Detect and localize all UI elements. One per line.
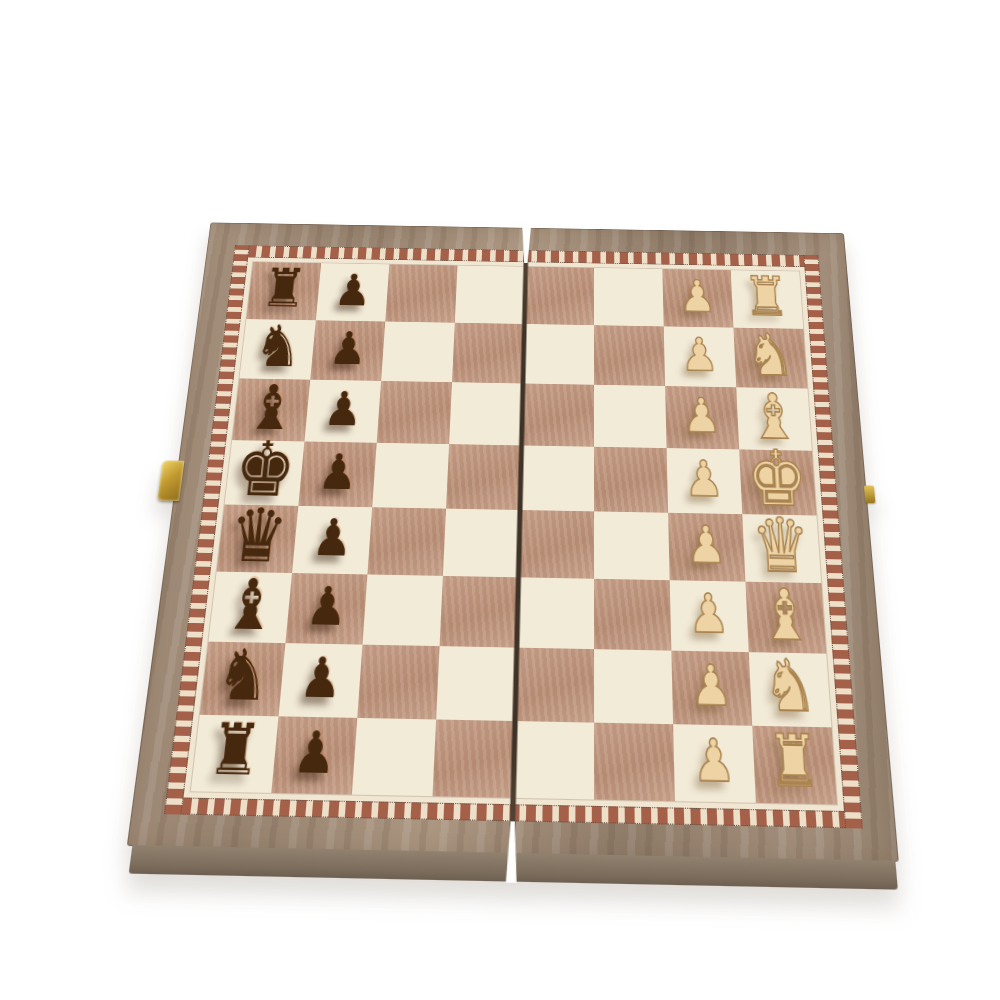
white-pawn[interactable]: ♟ bbox=[682, 392, 722, 440]
square-r5-c4[interactable] bbox=[443, 509, 520, 578]
square-r1-c6[interactable] bbox=[594, 268, 664, 326]
square-r4-c4[interactable] bbox=[446, 444, 521, 510]
black-pawn[interactable]: ♟ bbox=[316, 447, 359, 497]
white-pawn[interactable]: ♟ bbox=[688, 587, 731, 641]
square-r6-c4[interactable] bbox=[440, 576, 519, 648]
square-r5-c5[interactable] bbox=[518, 510, 594, 579]
square-r7-c1[interactable]: ♞ bbox=[200, 642, 286, 717]
square-r6-c2[interactable]: ♟ bbox=[285, 573, 367, 645]
white-rook[interactable]: ♜ bbox=[743, 270, 791, 324]
square-r3-c2[interactable]: ♟ bbox=[304, 380, 381, 443]
square-r6-c1[interactable]: ♝ bbox=[208, 572, 292, 644]
white-pawn[interactable]: ♟ bbox=[684, 454, 725, 504]
white-pawn[interactable]: ♟ bbox=[692, 731, 737, 790]
black-knight[interactable]: ♞ bbox=[251, 318, 305, 376]
black-rook[interactable]: ♜ bbox=[259, 262, 310, 316]
square-r8-c7[interactable]: ♟ bbox=[673, 724, 756, 803]
white-rook[interactable]: ♜ bbox=[766, 726, 823, 799]
square-r4-c2[interactable]: ♟ bbox=[298, 441, 376, 507]
square-r8-c6[interactable] bbox=[594, 723, 675, 802]
square-r3-c3[interactable] bbox=[377, 381, 452, 444]
square-r8-c1[interactable]: ♜ bbox=[191, 715, 279, 793]
square-r4-c5[interactable] bbox=[520, 445, 594, 511]
square-r6-c3[interactable] bbox=[362, 574, 442, 646]
square-r4-c3[interactable] bbox=[372, 443, 449, 509]
square-r5-c3[interactable] bbox=[367, 507, 446, 576]
product-photo-scene: ♜♟♟♜♞♟♟♞♝♟♟♝♚♟♟♚♛♟♟♛♝♟♟♝♞♟♟♞♜♟♟♜ bbox=[0, 0, 1000, 1000]
square-r3-c7[interactable]: ♟ bbox=[665, 386, 739, 449]
black-pawn[interactable]: ♟ bbox=[311, 512, 355, 564]
square-r6-c8[interactable]: ♝ bbox=[745, 582, 826, 654]
square-r8-c3[interactable] bbox=[352, 718, 436, 796]
white-pawn[interactable]: ♟ bbox=[690, 657, 734, 714]
black-pawn[interactable]: ♟ bbox=[328, 326, 369, 372]
square-r3-c6[interactable] bbox=[594, 385, 667, 448]
white-pawn[interactable]: ♟ bbox=[678, 274, 716, 318]
square-r8-c5[interactable] bbox=[513, 721, 594, 799]
white-pawn[interactable]: ♟ bbox=[686, 519, 728, 571]
square-r7-c3[interactable] bbox=[357, 645, 439, 720]
square-r2-c5[interactable] bbox=[523, 324, 594, 385]
black-pawn[interactable]: ♟ bbox=[322, 385, 364, 433]
square-r8-c8[interactable]: ♜ bbox=[752, 726, 837, 805]
square-r8-c2[interactable]: ♟ bbox=[271, 716, 357, 794]
square-r2-c4[interactable] bbox=[452, 323, 524, 384]
square-r1-c2[interactable]: ♟ bbox=[316, 263, 389, 321]
square-r7-c2[interactable]: ♟ bbox=[279, 643, 363, 718]
square-r1-c7[interactable]: ♟ bbox=[662, 269, 733, 328]
square-r1-c8[interactable]: ♜ bbox=[731, 270, 804, 329]
chess-board-box: ♜♟♟♜♞♟♟♞♝♟♟♝♚♟♟♚♛♟♟♛♝♟♟♝♞♟♟♞♜♟♟♜ bbox=[127, 222, 899, 861]
square-r6-c7[interactable]: ♟ bbox=[670, 580, 749, 652]
black-pawn[interactable]: ♟ bbox=[304, 579, 349, 633]
square-r3-c5[interactable] bbox=[522, 383, 594, 446]
square-r1-c4[interactable] bbox=[455, 266, 526, 324]
square-r8-c4[interactable] bbox=[433, 719, 516, 797]
square-r1-c1[interactable]: ♜ bbox=[246, 262, 321, 320]
square-r5-c2[interactable]: ♟ bbox=[292, 506, 372, 575]
white-knight[interactable]: ♞ bbox=[761, 651, 818, 723]
square-r2-c3[interactable] bbox=[381, 322, 455, 383]
square-r7-c4[interactable] bbox=[436, 646, 517, 721]
black-pawn[interactable]: ♟ bbox=[298, 650, 344, 706]
square-r7-c6[interactable] bbox=[594, 649, 673, 724]
square-r4-c6[interactable] bbox=[594, 447, 668, 513]
square-r4-c7[interactable]: ♟ bbox=[667, 448, 743, 514]
square-r2-c7[interactable]: ♟ bbox=[664, 326, 737, 387]
square-r7-c7[interactable]: ♟ bbox=[671, 651, 752, 726]
square-r5-c6[interactable] bbox=[594, 511, 670, 580]
black-knight[interactable]: ♞ bbox=[213, 640, 273, 712]
square-r5-c7[interactable]: ♟ bbox=[668, 513, 745, 582]
square-r7-c8[interactable]: ♞ bbox=[749, 652, 832, 727]
brass-hinge-pin bbox=[864, 486, 876, 504]
board-frame: ♜♟♟♜♞♟♟♞♝♟♟♝♚♟♟♚♛♟♟♛♝♟♟♝♞♟♟♞♜♟♟♜ bbox=[127, 222, 899, 861]
black-pawn[interactable]: ♟ bbox=[333, 268, 373, 312]
square-r2-c6[interactable] bbox=[594, 325, 665, 386]
square-r3-c4[interactable] bbox=[449, 382, 523, 445]
white-knight[interactable]: ♞ bbox=[745, 326, 796, 385]
square-r1-c5[interactable] bbox=[524, 267, 594, 325]
square-r2-c2[interactable]: ♟ bbox=[310, 320, 385, 381]
white-pawn[interactable]: ♟ bbox=[680, 332, 719, 378]
square-r6-c5[interactable] bbox=[517, 577, 594, 649]
square-r1-c3[interactable] bbox=[385, 264, 457, 322]
white-bishop[interactable]: ♝ bbox=[757, 579, 815, 651]
square-r7-c5[interactable] bbox=[515, 648, 594, 723]
black-pawn[interactable]: ♟ bbox=[291, 723, 338, 782]
black-bishop[interactable]: ♝ bbox=[220, 569, 281, 640]
square-r6-c6[interactable] bbox=[594, 579, 671, 651]
black-rook[interactable]: ♜ bbox=[205, 715, 265, 787]
